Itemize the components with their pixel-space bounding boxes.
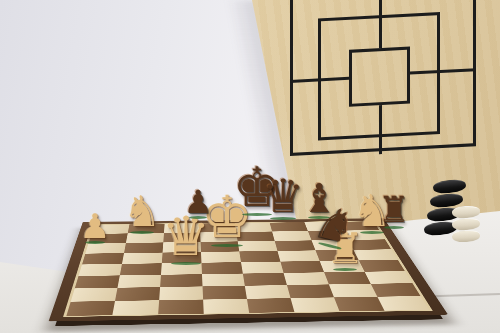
felt-base: [211, 244, 243, 247]
square-d3: [202, 274, 245, 287]
felt-base: [130, 231, 154, 234]
square-f4: [280, 261, 324, 273]
square-g2: [329, 284, 377, 298]
black-counter: [432, 178, 466, 194]
square-a1: [66, 301, 115, 316]
black-pawn-c6: ♟: [182, 186, 214, 218]
square-f5: [277, 250, 319, 261]
felt-base: [360, 231, 385, 234]
white-counter: [452, 217, 481, 230]
square-a5: [82, 253, 124, 264]
felt-base: [384, 226, 404, 229]
felt-base: [85, 241, 104, 244]
photo-scene: ♟♞♛♚♜♞♟♚♛♝♞♜: [0, 0, 500, 333]
felt-base: [189, 216, 207, 219]
square-f2: [287, 284, 334, 298]
square-c2: [159, 286, 203, 300]
black-rook-h5: ♜: [376, 192, 412, 228]
white-counter: [452, 229, 481, 242]
square-a2: [71, 288, 118, 302]
square-c1: [158, 300, 204, 315]
square-b1: [112, 300, 159, 315]
white-knight-b5: ♞: [121, 191, 163, 233]
white-pawn-a4: ♟: [78, 209, 112, 243]
square-g3: [324, 272, 371, 285]
square-f3: [284, 272, 329, 285]
square-e1: [247, 298, 295, 313]
square-e4: [241, 262, 284, 274]
morris-connector-bottom: [379, 105, 382, 154]
morris-line-pattern: [250, 0, 486, 180]
square-d2: [203, 286, 247, 300]
square-f7: [272, 231, 312, 241]
morris-inner-ring: [349, 47, 410, 107]
square-g1: [334, 297, 384, 312]
square-b4: [120, 263, 162, 275]
felt-base: [171, 262, 201, 265]
square-c3: [160, 274, 202, 287]
felt-base: [333, 268, 357, 271]
square-e2: [245, 285, 291, 299]
square-h1: [377, 296, 429, 311]
square-b2: [115, 287, 160, 301]
square-d1: [203, 299, 249, 314]
square-b3: [117, 275, 160, 288]
square-a3: [75, 275, 120, 288]
white-counters-stack: [452, 206, 486, 251]
square-f1: [291, 297, 340, 312]
square-b6: [124, 242, 163, 253]
square-h3: [365, 271, 413, 284]
square-b5: [122, 253, 163, 264]
square-a4: [79, 264, 122, 276]
white-counter: [452, 205, 481, 218]
square-e5: [239, 251, 280, 262]
felt-base: [270, 217, 296, 220]
square-h2: [371, 283, 421, 297]
morris-connector-top: [379, 0, 382, 48]
square-e3: [243, 273, 287, 286]
